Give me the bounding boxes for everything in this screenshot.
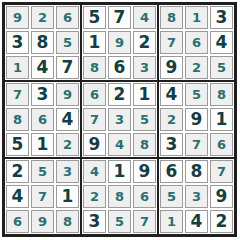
cell-r2c9[interactable]: 4 <box>210 31 233 54</box>
cell-r5c1[interactable]: 8 <box>6 108 29 131</box>
cell-r4c3[interactable]: 9 <box>56 83 79 106</box>
cell-r3c9[interactable]: 5 <box>210 56 233 79</box>
block-1: 926385147 <box>4 4 81 81</box>
cell-r5c5[interactable]: 3 <box>108 108 131 131</box>
cell-r8c3[interactable]: 1 <box>56 185 79 208</box>
cell-r4c7[interactable]: 4 <box>160 83 183 106</box>
cell-r3c8[interactable]: 2 <box>185 56 208 79</box>
cell-r1c2[interactable]: 2 <box>31 6 54 29</box>
block-2: 574192863 <box>81 4 158 81</box>
cell-r2c8[interactable]: 6 <box>185 31 208 54</box>
cell-r4c4[interactable]: 6 <box>83 83 106 106</box>
cell-r2c7[interactable]: 7 <box>160 31 183 54</box>
cell-r4c6[interactable]: 1 <box>133 83 156 106</box>
cell-r3c4[interactable]: 8 <box>83 56 106 79</box>
cell-r6c6[interactable]: 8 <box>133 133 156 156</box>
cell-r8c8[interactable]: 3 <box>185 185 208 208</box>
cell-r2c3[interactable]: 5 <box>56 31 79 54</box>
cell-r8c2[interactable]: 7 <box>31 185 54 208</box>
cell-r2c1[interactable]: 3 <box>6 31 29 54</box>
cell-r1c3[interactable]: 6 <box>56 6 79 29</box>
cell-r5c6[interactable]: 5 <box>133 108 156 131</box>
cell-r3c6[interactable]: 3 <box>133 56 156 79</box>
cell-r7c3[interactable]: 3 <box>56 160 79 183</box>
cell-r8c9[interactable]: 9 <box>210 185 233 208</box>
cell-r4c1[interactable]: 7 <box>6 83 29 106</box>
block-4: 739864512 <box>4 81 81 158</box>
cell-r2c4[interactable]: 1 <box>83 31 106 54</box>
cell-r7c2[interactable]: 5 <box>31 160 54 183</box>
cell-r3c7[interactable]: 9 <box>160 56 183 79</box>
cell-r7c6[interactable]: 9 <box>133 160 156 183</box>
cell-r6c3[interactable]: 2 <box>56 133 79 156</box>
cell-r6c7[interactable]: 3 <box>160 133 183 156</box>
cell-r1c9[interactable]: 3 <box>210 6 233 29</box>
cell-r5c3[interactable]: 4 <box>56 108 79 131</box>
cell-r5c7[interactable]: 2 <box>160 108 183 131</box>
cell-r3c1[interactable]: 1 <box>6 56 29 79</box>
cell-r7c9[interactable]: 7 <box>210 160 233 183</box>
cell-r8c7[interactable]: 5 <box>160 185 183 208</box>
cell-r6c4[interactable]: 9 <box>83 133 106 156</box>
cell-r5c9[interactable]: 1 <box>210 108 233 131</box>
cell-r9c3[interactable]: 8 <box>56 210 79 233</box>
cell-r3c2[interactable]: 4 <box>31 56 54 79</box>
cell-r9c5[interactable]: 5 <box>108 210 131 233</box>
cell-r4c5[interactable]: 2 <box>108 83 131 106</box>
cell-r6c5[interactable]: 4 <box>108 133 131 156</box>
cell-r7c5[interactable]: 1 <box>108 160 131 183</box>
cell-r9c1[interactable]: 6 <box>6 210 29 233</box>
cell-r6c9[interactable]: 6 <box>210 133 233 156</box>
cell-r8c1[interactable]: 4 <box>6 185 29 208</box>
cell-r2c6[interactable]: 2 <box>133 31 156 54</box>
cell-r4c8[interactable]: 5 <box>185 83 208 106</box>
block-9: 687539142 <box>158 158 235 235</box>
cell-r1c1[interactable]: 9 <box>6 6 29 29</box>
cell-r8c5[interactable]: 8 <box>108 185 131 208</box>
cell-r9c4[interactable]: 3 <box>83 210 106 233</box>
cell-r7c8[interactable]: 8 <box>185 160 208 183</box>
cell-r7c1[interactable]: 2 <box>6 160 29 183</box>
cell-r5c8[interactable]: 9 <box>185 108 208 131</box>
cell-r1c4[interactable]: 5 <box>83 6 106 29</box>
cell-r9c8[interactable]: 4 <box>185 210 208 233</box>
cell-r2c5[interactable]: 9 <box>108 31 131 54</box>
cell-r9c6[interactable]: 7 <box>133 210 156 233</box>
block-3: 813764925 <box>158 4 235 81</box>
cell-r6c1[interactable]: 5 <box>6 133 29 156</box>
cell-r6c2[interactable]: 1 <box>31 133 54 156</box>
cell-r8c6[interactable]: 6 <box>133 185 156 208</box>
cell-r7c4[interactable]: 4 <box>83 160 106 183</box>
cell-r9c2[interactable]: 9 <box>31 210 54 233</box>
cell-r6c8[interactable]: 7 <box>185 133 208 156</box>
cell-r1c6[interactable]: 4 <box>133 6 156 29</box>
cell-r4c9[interactable]: 8 <box>210 83 233 106</box>
cell-r8c4[interactable]: 2 <box>83 185 106 208</box>
cell-r5c4[interactable]: 7 <box>83 108 106 131</box>
cell-r7c7[interactable]: 6 <box>160 160 183 183</box>
cell-r9c9[interactable]: 2 <box>210 210 233 233</box>
block-7: 253471698 <box>4 158 81 235</box>
block-6: 458291376 <box>158 81 235 158</box>
sudoku-board: 9263851475741928638137649257398645126217… <box>2 2 237 237</box>
cell-r1c5[interactable]: 7 <box>108 6 131 29</box>
block-8: 419286357 <box>81 158 158 235</box>
cell-r3c3[interactable]: 7 <box>56 56 79 79</box>
cell-r5c2[interactable]: 6 <box>31 108 54 131</box>
cell-r1c8[interactable]: 1 <box>185 6 208 29</box>
cell-r2c2[interactable]: 8 <box>31 31 54 54</box>
cell-r9c7[interactable]: 1 <box>160 210 183 233</box>
block-5: 621735948 <box>81 81 158 158</box>
cell-r4c2[interactable]: 3 <box>31 83 54 106</box>
cell-r1c7[interactable]: 8 <box>160 6 183 29</box>
cell-r3c5[interactable]: 6 <box>108 56 131 79</box>
